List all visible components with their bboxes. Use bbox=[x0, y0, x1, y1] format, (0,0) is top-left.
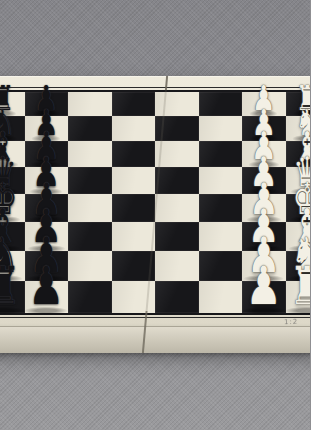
piece-black-pawn: ♟ bbox=[35, 81, 58, 115]
square-h8: ♜ bbox=[0, 281, 25, 313]
square-g7: ♟ bbox=[25, 251, 69, 281]
board-row-h: ♜♟♟♜ bbox=[0, 281, 310, 313]
square-h1: ♜ bbox=[286, 281, 311, 313]
board-row-a: ♜♟♟♜ bbox=[0, 92, 310, 116]
square-a5 bbox=[112, 92, 156, 116]
square-d6 bbox=[68, 167, 112, 194]
square-a4 bbox=[155, 92, 199, 116]
square-f5 bbox=[112, 222, 156, 251]
square-d2: ♟ bbox=[242, 167, 286, 194]
square-h6 bbox=[68, 281, 112, 313]
piece-white-pawn: ♟ bbox=[252, 81, 275, 115]
square-b3 bbox=[199, 116, 243, 141]
square-c2: ♟ bbox=[242, 141, 286, 167]
square-e8: ♚ bbox=[0, 194, 25, 222]
board-box-edge bbox=[0, 326, 310, 353]
square-c8: ♝ bbox=[0, 141, 25, 167]
square-e6 bbox=[68, 194, 112, 222]
square-f7: ♟ bbox=[25, 222, 69, 251]
square-b8: ♞ bbox=[0, 116, 25, 141]
piece-black-rook: ♜ bbox=[0, 81, 14, 115]
square-c1: ♝ bbox=[286, 141, 311, 167]
square-g3 bbox=[199, 251, 243, 281]
square-d8: ♛ bbox=[0, 167, 25, 194]
square-c5 bbox=[112, 141, 156, 167]
square-b1: ♞ bbox=[286, 116, 311, 141]
square-f3 bbox=[199, 222, 243, 251]
square-h3 bbox=[199, 281, 243, 313]
square-g2: ♟ bbox=[242, 251, 286, 281]
square-h2: ♟ bbox=[242, 281, 286, 313]
square-h4 bbox=[155, 281, 199, 313]
board-row-g: ♞♟♟♞ bbox=[0, 251, 310, 281]
square-g1: ♞ bbox=[286, 251, 311, 281]
square-a2: ♟ bbox=[242, 92, 286, 116]
frame-pencil-mark: 1:2 bbox=[284, 318, 299, 326]
square-a7: ♟ bbox=[25, 92, 69, 116]
square-b6 bbox=[68, 116, 112, 141]
square-e4 bbox=[155, 194, 199, 222]
square-d1: ♛ bbox=[286, 167, 311, 194]
photo-chess-scene: ♜♟♟♜♞♟♟♞♝♟♟♝♛♟♟♛♚♟♟♚♝♟♟♝♞♟♟♞♜♟♟♜ 1:2 bbox=[0, 0, 310, 430]
square-f8: ♝ bbox=[0, 222, 25, 251]
square-c6 bbox=[68, 141, 112, 167]
square-e7: ♟ bbox=[25, 194, 69, 222]
square-g6 bbox=[68, 251, 112, 281]
square-c7: ♟ bbox=[25, 141, 69, 167]
square-f2: ♟ bbox=[242, 222, 286, 251]
piece-white-rook: ♜ bbox=[296, 81, 310, 115]
square-e2: ♟ bbox=[242, 194, 286, 222]
board-row-b: ♞♟♟♞ bbox=[0, 116, 310, 141]
square-b2: ♟ bbox=[242, 116, 286, 141]
board-row-c: ♝♟♟♝ bbox=[0, 141, 310, 167]
square-d3 bbox=[199, 167, 243, 194]
square-c3 bbox=[199, 141, 243, 167]
square-h7: ♟ bbox=[25, 281, 69, 313]
chess-board: ♜♟♟♜♞♟♟♞♝♟♟♝♛♟♟♛♚♟♟♚♝♟♟♝♞♟♟♞♜♟♟♜ 1:2 bbox=[0, 76, 310, 353]
square-f4 bbox=[155, 222, 199, 251]
square-b7: ♟ bbox=[25, 116, 69, 141]
square-d4 bbox=[155, 167, 199, 194]
square-g8: ♞ bbox=[0, 251, 25, 281]
board-row-d: ♛♟♟♛ bbox=[0, 167, 310, 194]
square-a1: ♜ bbox=[286, 92, 311, 116]
square-a8: ♜ bbox=[0, 92, 25, 116]
square-b5 bbox=[112, 116, 156, 141]
square-d7: ♟ bbox=[25, 167, 69, 194]
square-f6 bbox=[68, 222, 112, 251]
square-e3 bbox=[199, 194, 243, 222]
square-a3 bbox=[199, 92, 243, 116]
board-row-f: ♝♟♟♝ bbox=[0, 222, 310, 251]
square-f1: ♝ bbox=[286, 222, 311, 251]
square-d5 bbox=[112, 167, 156, 194]
square-g4 bbox=[155, 251, 199, 281]
square-a6 bbox=[68, 92, 112, 116]
square-e5 bbox=[112, 194, 156, 222]
square-e1: ♚ bbox=[286, 194, 311, 222]
